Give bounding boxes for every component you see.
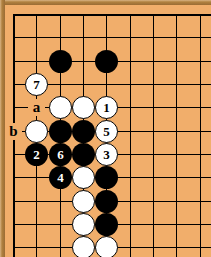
black-stone: [95, 190, 118, 213]
black-stone: [95, 50, 118, 73]
white-stone: [72, 236, 95, 257]
white-stone: [25, 120, 48, 143]
white-stone-move-3: 3: [95, 143, 118, 166]
grid-line-vertical: [176, 14, 177, 257]
move-number: 2: [33, 148, 40, 161]
white-stone: [72, 213, 95, 236]
black-stone: [95, 166, 118, 189]
black-stone: [72, 120, 95, 143]
move-number: 7: [33, 78, 40, 91]
move-number: 3: [103, 148, 110, 161]
move-number: 1: [103, 101, 110, 114]
white-stone-move-1: 1: [95, 96, 118, 119]
black-stone-move-4: 4: [49, 166, 72, 189]
board-frame-top: [0, 0, 211, 5]
white-stone: [72, 166, 95, 189]
grid-line-vertical: [130, 14, 131, 257]
white-stone: [95, 236, 118, 257]
point-label-b: b: [5, 123, 22, 140]
white-stone-move-7: 7: [25, 73, 48, 96]
grid-line-vertical: [200, 14, 201, 257]
black-stone: [49, 120, 72, 143]
white-stone: [49, 96, 72, 119]
grid-line-vertical: [153, 14, 154, 257]
white-stone-move-5: 5: [95, 120, 118, 143]
black-stone: [72, 143, 95, 166]
black-stone: [95, 213, 118, 236]
move-number: 6: [57, 148, 64, 161]
black-stone-move-2: 2: [25, 143, 48, 166]
point-label-a: a: [28, 99, 45, 116]
grid-line-horizontal: [13, 37, 211, 38]
black-stone-move-6: 6: [49, 143, 72, 166]
move-number: 4: [57, 171, 64, 184]
grid-line-horizontal: [13, 14, 211, 16]
white-stone: [72, 96, 95, 119]
goban: 7152634ab: [0, 0, 211, 257]
go-diagram: 7152634ab: [0, 0, 211, 257]
black-stone: [49, 50, 72, 73]
move-number: 5: [103, 125, 110, 138]
white-stone: [72, 190, 95, 213]
